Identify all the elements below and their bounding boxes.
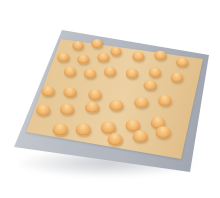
peg[interactable] xyxy=(109,100,123,111)
peg[interactable] xyxy=(176,58,188,67)
peg[interactable] xyxy=(76,123,91,135)
peg[interactable] xyxy=(144,80,157,90)
peg[interactable] xyxy=(126,68,138,78)
peg[interactable] xyxy=(77,55,89,64)
peg[interactable] xyxy=(84,68,96,78)
product-photo xyxy=(0,0,220,198)
peg[interactable] xyxy=(85,102,99,113)
peg[interactable] xyxy=(158,95,171,106)
peg[interactable] xyxy=(171,72,183,82)
peg[interactable] xyxy=(97,53,109,62)
peg[interactable] xyxy=(101,121,116,133)
peg[interactable] xyxy=(88,89,101,100)
peg[interactable] xyxy=(60,104,74,115)
peg[interactable] xyxy=(154,51,166,60)
peg[interactable] xyxy=(72,41,83,50)
peg[interactable] xyxy=(104,66,116,76)
peg[interactable] xyxy=(36,105,50,116)
peg[interactable] xyxy=(64,66,76,76)
peg[interactable] xyxy=(53,123,68,135)
peg[interactable] xyxy=(126,119,140,131)
peg[interactable] xyxy=(156,126,171,138)
peg-board xyxy=(0,0,220,198)
peg[interactable] xyxy=(110,47,121,56)
peg[interactable] xyxy=(132,52,144,61)
peg[interactable] xyxy=(92,39,103,48)
board-wrapper xyxy=(0,0,220,198)
peg[interactable] xyxy=(57,53,69,62)
peg[interactable] xyxy=(134,97,148,108)
peg[interactable] xyxy=(149,67,161,77)
peg[interactable] xyxy=(42,86,55,96)
peg[interactable] xyxy=(133,130,148,142)
peg[interactable] xyxy=(108,133,123,145)
